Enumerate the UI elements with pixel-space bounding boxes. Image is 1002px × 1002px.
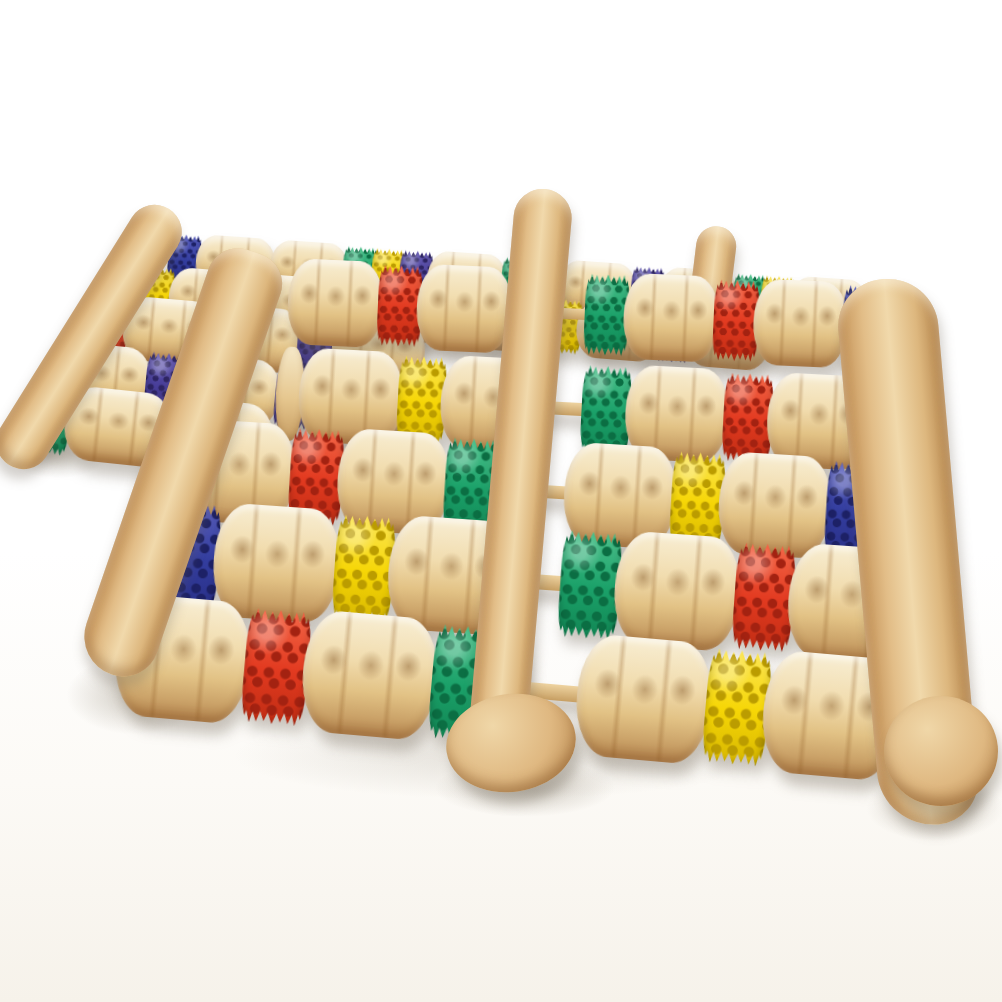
- roller-bead-wood: [572, 633, 716, 766]
- roller-bead-wood: [286, 258, 384, 348]
- roller-bead-wood: [751, 278, 849, 368]
- roller-bead-wood: [622, 273, 720, 363]
- roller-bead-red: [731, 538, 798, 656]
- roller-bead-green: [556, 526, 623, 644]
- roller-bead-wood: [415, 264, 513, 354]
- roller-bead-red: [239, 603, 313, 730]
- roller-bead-wood: [298, 609, 442, 742]
- front-right-rail-foot: [884, 696, 998, 806]
- product-photo: [0, 0, 1002, 1002]
- roller-bead-wood: [610, 530, 743, 652]
